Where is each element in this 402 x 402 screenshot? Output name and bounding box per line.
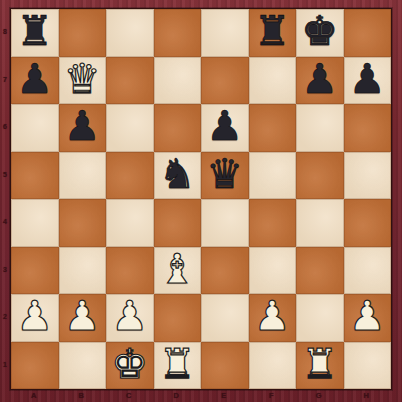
square-f8[interactable]: ♜ [249,9,297,57]
square-f7[interactable] [249,57,297,105]
square-f6[interactable] [249,104,297,152]
square-h7[interactable]: ♟ [344,57,392,105]
white-pawn[interactable]: ♟ [16,293,53,341]
square-a4[interactable] [11,199,59,247]
square-g2[interactable] [296,294,344,342]
square-c3[interactable] [106,247,154,295]
black-rook[interactable]: ♜ [254,8,291,56]
square-a8[interactable]: ♜ [11,9,59,57]
rank-label-6: 6 [0,103,10,151]
square-c5[interactable] [106,152,154,200]
square-f2[interactable]: ♟ [249,294,297,342]
square-e8[interactable] [201,9,249,57]
square-d2[interactable] [154,294,202,342]
white-pawn[interactable]: ♟ [349,293,386,341]
square-b1[interactable] [59,342,107,390]
black-pawn[interactable]: ♟ [64,103,101,151]
square-e7[interactable] [201,57,249,105]
file-label-b: B [58,388,106,402]
chess-board: ♜♜♚♟♛♟♟♟♟♞♛♝♟♟♟♟♟♚♜♜ [10,8,392,390]
square-h5[interactable] [344,152,392,200]
square-a7[interactable]: ♟ [11,57,59,105]
square-g5[interactable] [296,152,344,200]
square-b6[interactable]: ♟ [59,104,107,152]
square-d4[interactable] [154,199,202,247]
square-g1[interactable]: ♜ [296,342,344,390]
white-pawn[interactable]: ♟ [254,293,291,341]
file-label-a: A [10,388,58,402]
square-c7[interactable] [106,57,154,105]
rank-label-4: 4 [0,198,10,246]
file-label-e: E [200,388,248,402]
rank-label-8: 8 [0,8,10,56]
square-c4[interactable] [106,199,154,247]
rank-label-7: 7 [0,56,10,104]
square-e1[interactable] [201,342,249,390]
square-a1[interactable] [11,342,59,390]
square-b4[interactable] [59,199,107,247]
square-e5[interactable]: ♛ [201,152,249,200]
black-knight[interactable]: ♞ [159,151,196,199]
square-a5[interactable] [11,152,59,200]
square-b7[interactable]: ♛ [59,57,107,105]
white-pawn[interactable]: ♟ [64,293,101,341]
file-label-h: H [343,388,391,402]
square-e6[interactable]: ♟ [201,104,249,152]
rank-label-5: 5 [0,151,10,199]
square-c1[interactable]: ♚ [106,342,154,390]
square-f5[interactable] [249,152,297,200]
black-rook[interactable]: ♜ [16,8,53,56]
square-e2[interactable] [201,294,249,342]
square-b2[interactable]: ♟ [59,294,107,342]
square-b5[interactable] [59,152,107,200]
file-label-d: D [153,388,201,402]
file-label-c: C [105,388,153,402]
square-g4[interactable] [296,199,344,247]
square-d1[interactable]: ♜ [154,342,202,390]
square-d7[interactable] [154,57,202,105]
file-label-f: F [248,388,296,402]
square-g6[interactable] [296,104,344,152]
rank-label-2: 2 [0,293,10,341]
black-king[interactable]: ♚ [301,8,338,56]
square-f4[interactable] [249,199,297,247]
square-d6[interactable] [154,104,202,152]
square-g8[interactable]: ♚ [296,9,344,57]
square-h4[interactable] [344,199,392,247]
square-a6[interactable] [11,104,59,152]
square-h8[interactable] [344,9,392,57]
square-c6[interactable] [106,104,154,152]
square-h3[interactable] [344,247,392,295]
white-rook[interactable]: ♜ [301,341,338,389]
square-h1[interactable] [344,342,392,390]
square-g3[interactable] [296,247,344,295]
white-queen[interactable]: ♛ [64,56,101,104]
white-bishop[interactable]: ♝ [159,246,196,294]
rank-label-1: 1 [0,341,10,389]
square-e3[interactable] [201,247,249,295]
square-a3[interactable] [11,247,59,295]
square-b8[interactable] [59,9,107,57]
square-c8[interactable] [106,9,154,57]
black-pawn[interactable]: ♟ [16,56,53,104]
square-f1[interactable] [249,342,297,390]
square-e4[interactable] [201,199,249,247]
black-pawn[interactable]: ♟ [301,56,338,104]
square-b3[interactable] [59,247,107,295]
white-king[interactable]: ♚ [111,341,148,389]
square-a2[interactable]: ♟ [11,294,59,342]
black-pawn[interactable]: ♟ [206,103,243,151]
square-h6[interactable] [344,104,392,152]
square-d3[interactable]: ♝ [154,247,202,295]
square-h2[interactable]: ♟ [344,294,392,342]
square-d5[interactable]: ♞ [154,152,202,200]
square-c2[interactable]: ♟ [106,294,154,342]
chessboard-frame: ♜♜♚♟♛♟♟♟♟♞♛♝♟♟♟♟♟♚♜♜ 87654321ABCDEFGH [0,0,402,402]
black-pawn[interactable]: ♟ [349,56,386,104]
square-g7[interactable]: ♟ [296,57,344,105]
file-label-g: G [295,388,343,402]
square-f3[interactable] [249,247,297,295]
black-queen[interactable]: ♛ [206,151,243,199]
white-pawn[interactable]: ♟ [111,293,148,341]
rank-label-3: 3 [0,246,10,294]
white-rook[interactable]: ♜ [159,341,196,389]
square-d8[interactable] [154,9,202,57]
